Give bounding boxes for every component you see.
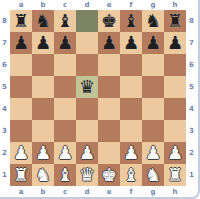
square-d5[interactable]: ♛ [76, 76, 98, 98]
rank-label-3: 3 [0, 120, 9, 142]
square-h6[interactable] [164, 54, 186, 76]
piece-black-knight[interactable]: ♞ [35, 10, 51, 32]
square-f6[interactable] [120, 54, 142, 76]
piece-white-pawn[interactable]: ♟ [167, 142, 183, 164]
square-g8[interactable]: ♞ [142, 10, 164, 32]
square-b2[interactable]: ♟ [32, 142, 54, 164]
square-b6[interactable] [32, 54, 54, 76]
square-d2[interactable]: ♟ [76, 142, 98, 164]
rank-label-2: 2 [187, 142, 196, 164]
piece-black-pawn[interactable]: ♟ [167, 32, 183, 54]
square-c1[interactable]: ♝ [54, 164, 76, 186]
square-b3[interactable] [32, 120, 54, 142]
square-a5[interactable] [10, 76, 32, 98]
rank-labels-right: 87654321 [187, 10, 196, 186]
square-a6[interactable] [10, 54, 32, 76]
piece-white-rook[interactable]: ♜ [167, 164, 183, 186]
piece-white-rook[interactable]: ♜ [13, 164, 29, 186]
piece-white-knight[interactable]: ♞ [35, 164, 51, 186]
piece-white-king[interactable]: ♚ [101, 164, 117, 186]
piece-black-pawn[interactable]: ♟ [101, 32, 117, 54]
square-a4[interactable] [10, 98, 32, 120]
square-e3[interactable] [98, 120, 120, 142]
rank-label-4: 4 [0, 98, 9, 120]
file-label-c: c [54, 0, 76, 9]
file-label-a: a [10, 0, 32, 9]
file-label-b: b [32, 0, 54, 9]
rank-label-6: 6 [0, 54, 9, 76]
file-label-g: g [142, 0, 164, 9]
piece-white-knight[interactable]: ♞ [145, 164, 161, 186]
file-labels-bottom: abcdefgh [10, 187, 186, 196]
square-f7[interactable]: ♟ [120, 32, 142, 54]
square-g1[interactable]: ♞ [142, 164, 164, 186]
square-g7[interactable]: ♟ [142, 32, 164, 54]
rank-labels-left: 87654321 [0, 10, 9, 186]
square-e2[interactable] [98, 142, 120, 164]
rank-label-1: 1 [0, 164, 9, 186]
piece-white-pawn[interactable]: ♟ [35, 142, 51, 164]
rank-label-5: 5 [0, 76, 9, 98]
square-c5[interactable] [54, 76, 76, 98]
square-f8[interactable]: ♝ [120, 10, 142, 32]
square-f1[interactable]: ♝ [120, 164, 142, 186]
square-g6[interactable] [142, 54, 164, 76]
square-f5[interactable] [120, 76, 142, 98]
square-h8[interactable]: ♜ [164, 10, 186, 32]
square-a2[interactable]: ♟ [10, 142, 32, 164]
square-b5[interactable] [32, 76, 54, 98]
rank-label-7: 7 [187, 32, 196, 54]
square-g4[interactable] [142, 98, 164, 120]
piece-black-knight[interactable]: ♞ [145, 10, 161, 32]
square-e8[interactable]: ♚ [98, 10, 120, 32]
square-c4[interactable] [54, 98, 76, 120]
file-label-a: a [10, 187, 32, 196]
piece-black-pawn[interactable]: ♟ [35, 32, 51, 54]
piece-white-bishop[interactable]: ♝ [123, 164, 139, 186]
square-g5[interactable] [142, 76, 164, 98]
square-d4[interactable] [76, 98, 98, 120]
rank-label-2: 2 [0, 142, 9, 164]
square-h5[interactable] [164, 76, 186, 98]
file-label-d: d [76, 187, 98, 196]
square-b8[interactable]: ♞ [32, 10, 54, 32]
square-c6[interactable] [54, 54, 76, 76]
square-d6[interactable] [76, 54, 98, 76]
piece-black-queen[interactable]: ♛ [79, 76, 95, 98]
piece-white-pawn[interactable]: ♟ [13, 142, 29, 164]
file-label-h: h [164, 0, 186, 9]
square-h2[interactable]: ♟ [164, 142, 186, 164]
square-a1[interactable]: ♜ [10, 164, 32, 186]
square-d7[interactable] [76, 32, 98, 54]
square-c7[interactable]: ♟ [54, 32, 76, 54]
square-f2[interactable]: ♟ [120, 142, 142, 164]
file-label-c: c [54, 187, 76, 196]
rank-label-6: 6 [187, 54, 196, 76]
square-d3[interactable] [76, 120, 98, 142]
square-b4[interactable] [32, 98, 54, 120]
square-h7[interactable]: ♟ [164, 32, 186, 54]
piece-black-bishop[interactable]: ♝ [57, 10, 73, 32]
piece-white-pawn[interactable]: ♟ [123, 142, 139, 164]
file-label-e: e [98, 187, 120, 196]
square-d1[interactable]: ♛ [76, 164, 98, 186]
rank-label-4: 4 [187, 98, 196, 120]
file-label-d: d [76, 0, 98, 9]
square-e7[interactable]: ♟ [98, 32, 120, 54]
chess-board-panel: abcdefgh 87654321 ♜♞♝♚♝♞♜♟♟♟♟♟♟♟♛♟♟♟♟♟♟♟… [0, 0, 200, 199]
square-g2[interactable]: ♟ [142, 142, 164, 164]
file-label-h: h [164, 187, 186, 196]
file-label-e: e [98, 0, 120, 9]
square-a7[interactable]: ♟ [10, 32, 32, 54]
rank-label-5: 5 [187, 76, 196, 98]
piece-black-pawn[interactable]: ♟ [145, 32, 161, 54]
square-b7[interactable]: ♟ [32, 32, 54, 54]
piece-black-bishop[interactable]: ♝ [123, 10, 139, 32]
square-h3[interactable] [164, 120, 186, 142]
square-g3[interactable] [142, 120, 164, 142]
square-b1[interactable]: ♞ [32, 164, 54, 186]
piece-black-rook[interactable]: ♜ [13, 10, 29, 32]
file-labels-top: abcdefgh [10, 0, 186, 9]
square-e4[interactable] [98, 98, 120, 120]
rank-label-1: 1 [187, 164, 196, 186]
square-e6[interactable] [98, 54, 120, 76]
square-a8[interactable]: ♜ [10, 10, 32, 32]
rank-label-8: 8 [187, 10, 196, 32]
rank-label-7: 7 [0, 32, 9, 54]
square-a3[interactable] [10, 120, 32, 142]
square-f3[interactable] [120, 120, 142, 142]
square-e1[interactable]: ♚ [98, 164, 120, 186]
piece-black-pawn[interactable]: ♟ [123, 32, 139, 54]
piece-white-pawn[interactable]: ♟ [145, 142, 161, 164]
square-c3[interactable] [54, 120, 76, 142]
piece-white-queen[interactable]: ♛ [79, 164, 95, 186]
board-grid: ♜♞♝♚♝♞♜♟♟♟♟♟♟♟♛♟♟♟♟♟♟♟♜♞♝♛♚♝♞♜ [10, 10, 186, 186]
file-label-f: f [120, 187, 142, 196]
file-label-g: g [142, 187, 164, 196]
file-label-b: b [32, 187, 54, 196]
rank-label-3: 3 [187, 120, 196, 142]
square-c8[interactable]: ♝ [54, 10, 76, 32]
piece-white-pawn[interactable]: ♟ [79, 142, 95, 164]
piece-black-pawn[interactable]: ♟ [57, 32, 73, 54]
rank-label-8: 8 [0, 10, 9, 32]
piece-white-bishop[interactable]: ♝ [57, 164, 73, 186]
square-h1[interactable]: ♜ [164, 164, 186, 186]
file-label-f: f [120, 0, 142, 9]
square-f4[interactable] [120, 98, 142, 120]
square-e5[interactable] [98, 76, 120, 98]
piece-black-king[interactable]: ♚ [101, 10, 117, 32]
piece-black-pawn[interactable]: ♟ [13, 32, 29, 54]
square-h4[interactable] [164, 98, 186, 120]
square-d8[interactable] [76, 10, 98, 32]
piece-white-pawn[interactable]: ♟ [57, 142, 73, 164]
square-c2[interactable]: ♟ [54, 142, 76, 164]
piece-black-rook[interactable]: ♜ [167, 10, 183, 32]
